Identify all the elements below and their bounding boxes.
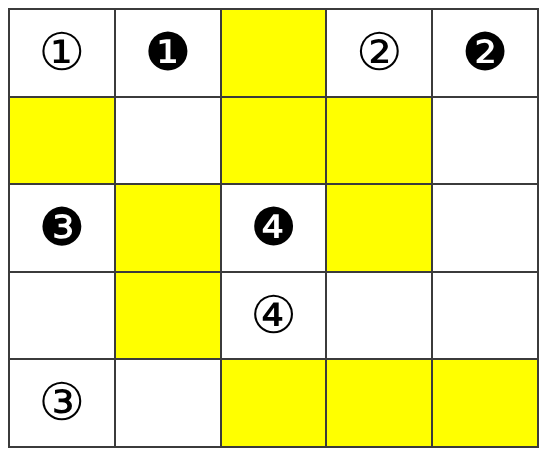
cell-r5c2-empty-cell[interactable] <box>116 360 220 446</box>
cell-r2c5-empty-cell[interactable] <box>433 98 537 184</box>
cell-r2c1-shaded-cell[interactable] <box>10 98 114 184</box>
cell-r5c3-shaded-cell[interactable] <box>222 360 326 446</box>
cell-r2c4-shaded-cell[interactable] <box>327 98 431 184</box>
cell-r3c1-black-circle-3[interactable]: ❸ <box>10 185 114 271</box>
cell-r4c2-shaded-cell[interactable] <box>116 273 220 359</box>
cell-r2c2-empty-cell[interactable] <box>116 98 220 184</box>
page: ①❶②❷❸❹④③ <box>0 0 548 466</box>
cell-r5c4-shaded-cell[interactable] <box>327 360 431 446</box>
cell-r4c5-empty-cell[interactable] <box>433 273 537 359</box>
cell-r1c2-black-circle-1[interactable]: ❶ <box>116 10 220 96</box>
cell-r3c4-shaded-cell[interactable] <box>327 185 431 271</box>
cell-r4c4-empty-cell[interactable] <box>327 273 431 359</box>
cell-r1c5-black-circle-2[interactable]: ❷ <box>433 10 537 96</box>
cell-r2c3-shaded-cell[interactable] <box>222 98 326 184</box>
black-circle-2-glyph: ❷ <box>462 26 509 78</box>
white-circle-1-glyph: ① <box>39 26 86 78</box>
white-circle-2-glyph: ② <box>356 26 403 78</box>
cell-r3c3-black-circle-4[interactable]: ❹ <box>222 185 326 271</box>
cell-r4c3-white-circle-4[interactable]: ④ <box>222 273 326 359</box>
puzzle-board: ①❶②❷❸❹④③ <box>8 8 539 448</box>
cell-r4c1-empty-cell[interactable] <box>10 273 114 359</box>
cell-r5c5-shaded-cell[interactable] <box>433 360 537 446</box>
cell-r5c1-white-circle-3[interactable]: ③ <box>10 360 114 446</box>
white-circle-4-glyph: ④ <box>250 289 297 341</box>
cell-r1c3-shaded-cell[interactable] <box>222 10 326 96</box>
black-circle-1-glyph: ❶ <box>144 26 191 78</box>
black-circle-4-glyph: ❹ <box>250 201 297 253</box>
black-circle-3-glyph: ❸ <box>39 201 86 253</box>
white-circle-3-glyph: ③ <box>39 376 86 428</box>
cell-r1c4-white-circle-2[interactable]: ② <box>327 10 431 96</box>
cell-r3c2-shaded-cell[interactable] <box>116 185 220 271</box>
cell-r3c5-empty-cell[interactable] <box>433 185 537 271</box>
cell-r1c1-white-circle-1[interactable]: ① <box>10 10 114 96</box>
